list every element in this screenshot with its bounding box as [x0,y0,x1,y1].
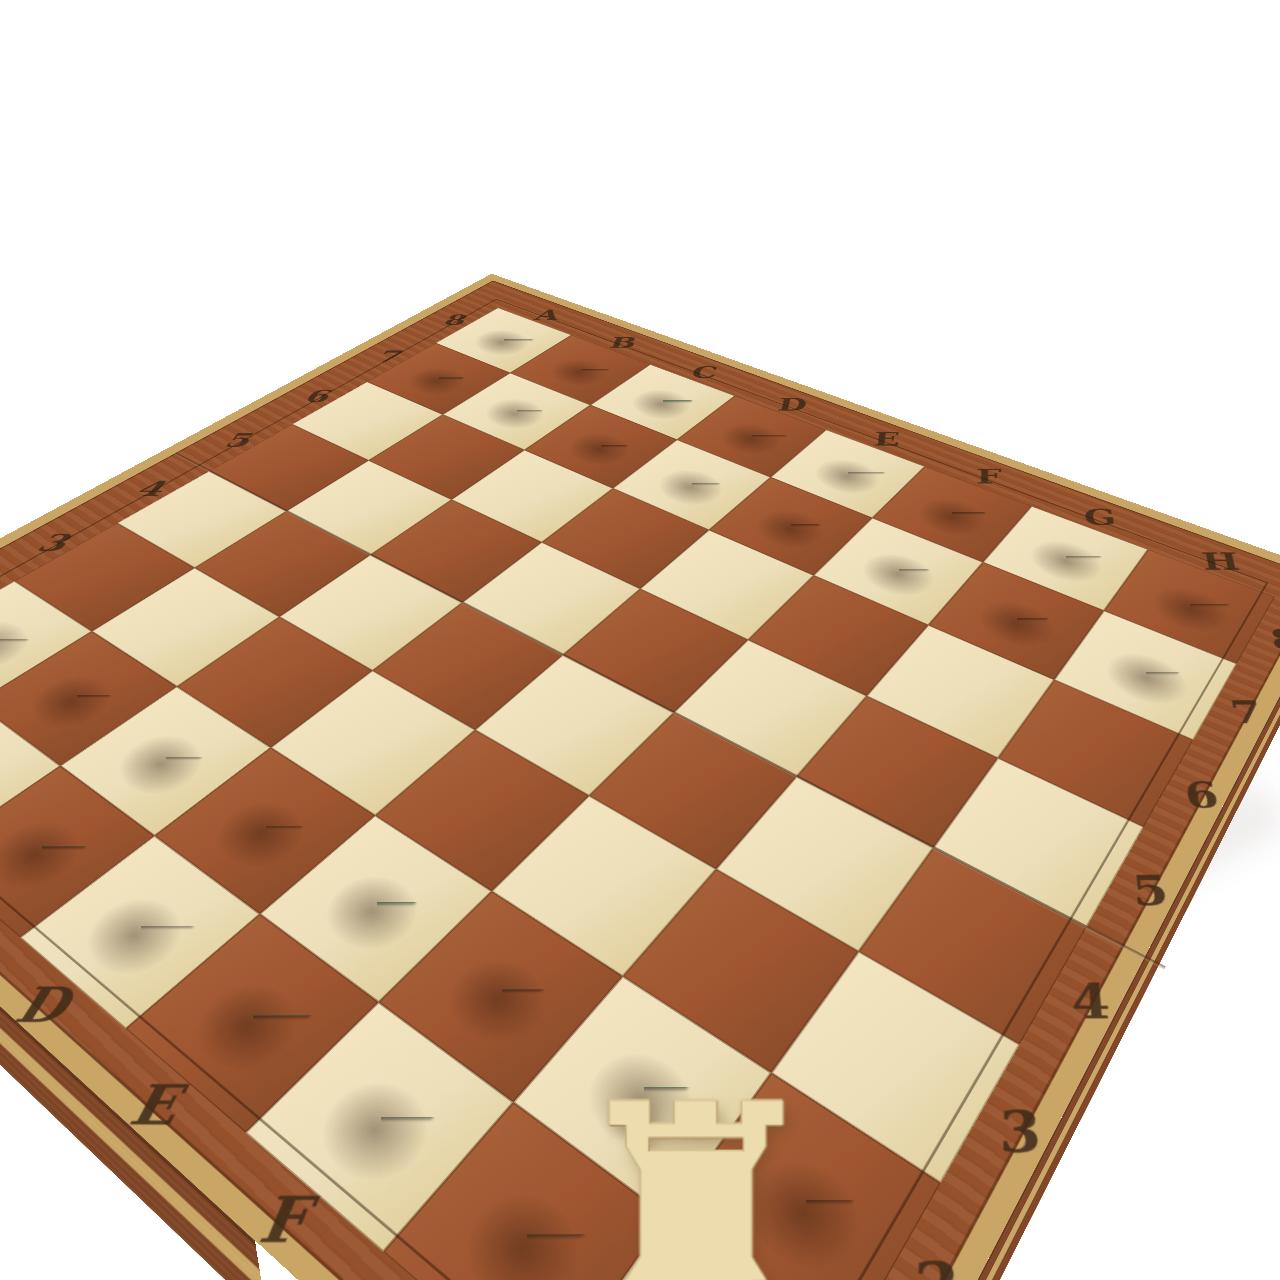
felt-base [492,400,543,410]
board-grid: ♜♞♝♛♚♝♞♜♟♟♟♟♟♟♟♟♟♟♟♟♟♟♟♟♜♞♝♛♚♝♞♜ [0,308,1275,1280]
square-h1[interactable]: ♜ [543,1217,846,1280]
pawn-glyph: ♟ [1077,524,1215,666]
felt-base [665,472,720,482]
rook-glyph: ♜ [558,1077,834,1280]
photo-background: ♜♞♝♛♚♝♞♜♟♟♟♟♟♟♟♟♟♟♟♟♟♟♟♟♜♞♝♛♚♝♞♜ ABCDEFG… [0,0,1280,1280]
pawn-glyph: ♟ [836,434,962,563]
felt-base [985,606,1048,618]
felt-base [762,513,819,524]
felt-base [575,435,628,445]
square-h5[interactable] [933,758,1143,927]
scene: ♜♞♝♛♚♝♞♜♟♟♟♟♟♟♟♟♟♟♟♟♟♟♟♟♜♞♝♛♚♝♞♜ ABCDEFG… [0,0,1280,1280]
pawn-glyph: ♟ [951,477,1083,612]
chess-board: ♜♞♝♛♚♝♞♜♟♟♟♟♟♟♟♟♟♟♟♟♟♟♟♟♜♞♝♛♚♝♞♜ ABCDEFG… [0,274,1280,1280]
felt-base [415,368,464,377]
board-frame: ♜♞♝♛♚♝♞♜♟♟♟♟♟♟♟♟♟♟♟♟♟♟♟♟♜♞♝♛♚♝♞♜ ABCDEFG… [0,274,1280,1280]
felt-base [869,558,929,569]
pawn-glyph: ♟ [731,395,852,519]
felt-base [1113,659,1179,671]
